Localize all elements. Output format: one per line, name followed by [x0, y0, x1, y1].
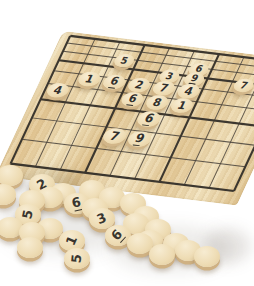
tile-digit: 1: [176, 100, 188, 111]
tile-digit: 5: [119, 56, 130, 66]
pile-tile[interactable]: 5: [64, 248, 90, 269]
tile-digit: 9: [132, 132, 147, 146]
tile-digit: 3: [95, 211, 108, 226]
tile-digit: 5: [70, 253, 84, 263]
tile-digit: 5: [21, 209, 36, 221]
tile-digit: 1: [83, 73, 95, 84]
tile-digit: 8: [151, 97, 163, 108]
tile-digit: 1: [64, 234, 80, 248]
tile-digit: 6: [109, 227, 126, 244]
tile-digit: 4: [182, 86, 194, 97]
tile-digit: 6: [142, 112, 157, 126]
tile-digit: 6: [108, 75, 121, 88]
tile-digit: 4: [52, 85, 64, 96]
tile-digit: 3: [164, 71, 175, 81]
tile-digit: 7: [238, 81, 249, 91]
tile-digit: 2: [133, 79, 145, 90]
tile-digit: 7: [108, 130, 122, 142]
pile-tile[interactable]: [194, 246, 220, 267]
target-root: { "game": "Sudoku (wooden board with rou…: [0, 0, 254, 286]
pile-tile[interactable]: [17, 237, 43, 258]
pile-tile[interactable]: [149, 244, 175, 265]
tile-digit: 7: [158, 83, 170, 94]
tile-digit: 6: [126, 93, 139, 106]
